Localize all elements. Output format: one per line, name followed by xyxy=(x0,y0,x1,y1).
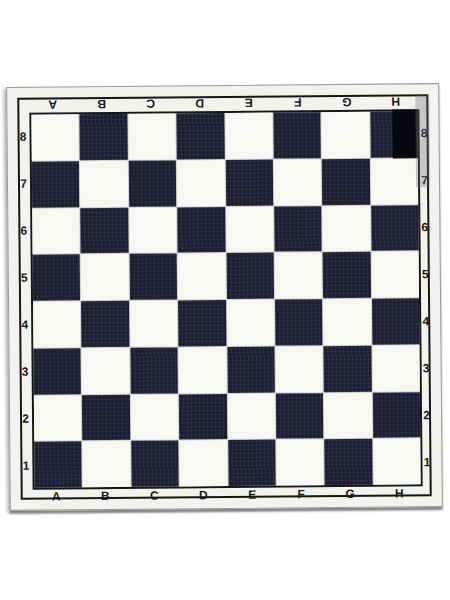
file-label-bottom-h: H xyxy=(375,486,424,500)
square-g4[interactable] xyxy=(323,299,371,345)
file-label-top-f: F xyxy=(273,95,322,109)
square-g5[interactable] xyxy=(323,252,371,298)
square-d7[interactable] xyxy=(177,160,225,206)
square-a7[interactable] xyxy=(32,161,80,207)
rank-label-left-8: 8 xyxy=(16,113,29,160)
square-c8[interactable] xyxy=(128,113,176,159)
board-grid xyxy=(29,109,422,489)
square-e7[interactable] xyxy=(225,159,273,205)
rank-label-left-7: 7 xyxy=(17,160,30,207)
square-c5[interactable] xyxy=(129,254,177,300)
square-a6[interactable] xyxy=(32,208,80,254)
square-e1[interactable] xyxy=(228,440,276,486)
square-a3[interactable] xyxy=(33,348,81,394)
file-label-bottom-f: F xyxy=(277,487,326,501)
square-f8[interactable] xyxy=(273,112,321,158)
square-h7[interactable] xyxy=(370,158,418,204)
square-g3[interactable] xyxy=(324,345,372,391)
square-d1[interactable] xyxy=(179,440,227,486)
square-h1[interactable] xyxy=(373,439,421,485)
square-a1[interactable] xyxy=(34,442,82,488)
rank-label-left-4: 4 xyxy=(18,301,31,348)
square-f6[interactable] xyxy=(274,206,322,252)
square-b4[interactable] xyxy=(81,301,129,347)
square-h4[interactable] xyxy=(372,298,420,344)
square-d6[interactable] xyxy=(177,206,225,252)
file-label-top-c: C xyxy=(126,96,175,110)
square-c1[interactable] xyxy=(131,441,179,487)
tape-strip xyxy=(415,95,430,187)
rank-label-left-5: 5 xyxy=(18,254,31,301)
square-d8[interactable] xyxy=(177,113,225,159)
square-c7[interactable] xyxy=(129,160,177,206)
square-c2[interactable] xyxy=(131,394,179,440)
square-e8[interactable] xyxy=(225,113,273,159)
square-g2[interactable] xyxy=(324,392,372,438)
file-label-bottom-g: G xyxy=(326,487,375,501)
file-label-bottom-e: E xyxy=(228,488,277,502)
square-e6[interactable] xyxy=(226,206,274,252)
square-d3[interactable] xyxy=(179,347,227,393)
square-f1[interactable] xyxy=(276,439,324,485)
file-label-top-e: E xyxy=(224,96,273,110)
square-a5[interactable] xyxy=(33,255,81,301)
square-a2[interactable] xyxy=(34,395,82,441)
square-e2[interactable] xyxy=(227,393,275,439)
corner-shadow-patch xyxy=(392,109,417,158)
square-h2[interactable] xyxy=(372,392,420,438)
square-a4[interactable] xyxy=(33,301,81,347)
square-f5[interactable] xyxy=(274,252,322,298)
square-g1[interactable] xyxy=(324,439,372,485)
square-g8[interactable] xyxy=(322,112,370,158)
square-d4[interactable] xyxy=(178,300,226,346)
square-a8[interactable] xyxy=(31,114,79,160)
square-b3[interactable] xyxy=(82,348,130,394)
file-label-bottom-d: D xyxy=(179,488,228,502)
file-label-top-a: A xyxy=(28,97,77,111)
square-c6[interactable] xyxy=(129,207,177,253)
file-label-top-h: H xyxy=(371,94,420,108)
rank-label-left-2: 2 xyxy=(19,395,32,442)
square-h6[interactable] xyxy=(371,205,419,251)
square-b5[interactable] xyxy=(81,254,129,300)
rank-label-left-1: 1 xyxy=(19,443,32,490)
chessboard-mat: ABCDEFGH ABCDEFGH 87654321 87654321 xyxy=(6,83,443,511)
rank-label-left-6: 6 xyxy=(17,207,30,254)
square-g6[interactable] xyxy=(322,205,370,251)
square-f3[interactable] xyxy=(275,346,323,392)
square-d2[interactable] xyxy=(179,393,227,439)
square-h3[interactable] xyxy=(372,345,420,391)
file-label-bottom-a: A xyxy=(32,489,81,503)
file-label-top-d: D xyxy=(175,96,224,110)
file-label-top-g: G xyxy=(322,95,371,109)
square-b2[interactable] xyxy=(82,394,130,440)
square-c3[interactable] xyxy=(130,347,178,393)
square-e4[interactable] xyxy=(227,300,275,346)
square-f7[interactable] xyxy=(274,159,322,205)
square-f4[interactable] xyxy=(275,299,323,345)
square-b8[interactable] xyxy=(80,114,128,160)
square-e5[interactable] xyxy=(226,253,274,299)
square-h5[interactable] xyxy=(371,252,419,298)
square-b1[interactable] xyxy=(83,441,131,487)
square-f2[interactable] xyxy=(276,393,324,439)
file-label-top-b: B xyxy=(77,97,126,111)
square-b7[interactable] xyxy=(80,161,128,207)
file-label-bottom-b: B xyxy=(81,489,130,503)
square-b6[interactable] xyxy=(81,207,129,253)
square-d5[interactable] xyxy=(178,253,226,299)
file-label-bottom-c: C xyxy=(130,488,179,502)
square-e3[interactable] xyxy=(227,346,275,392)
photo-background: ABCDEFGH ABCDEFGH 87654321 87654321 xyxy=(0,0,450,600)
square-c4[interactable] xyxy=(130,300,178,346)
rank-label-left-3: 3 xyxy=(18,348,31,395)
square-g7[interactable] xyxy=(322,158,370,204)
